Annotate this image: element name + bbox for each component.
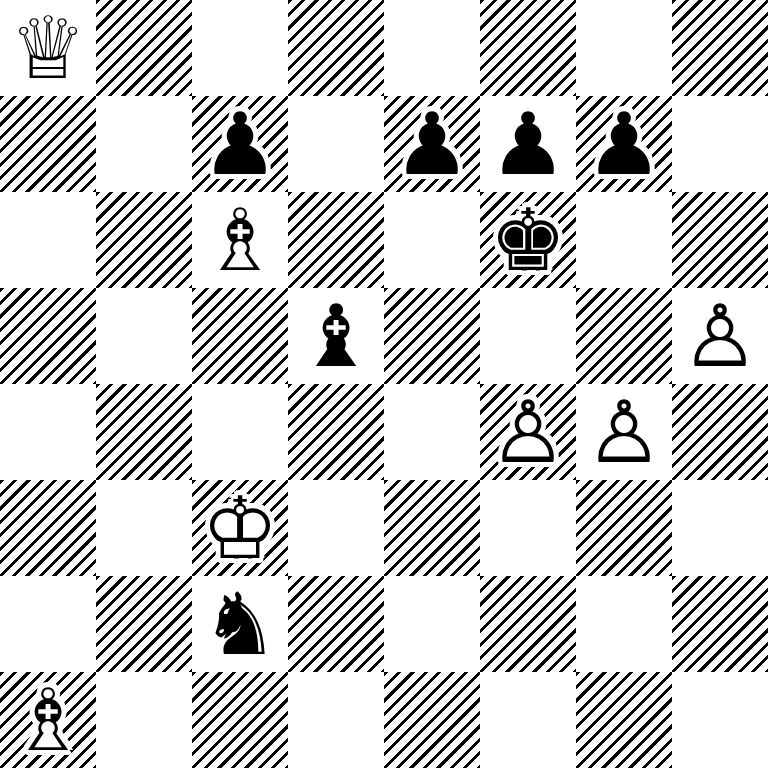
square-e2[interactable] [384, 576, 480, 672]
piece-white-pawn-f4[interactable]: ♟♙ [480, 384, 576, 480]
square-c6[interactable]: ♝♗ [192, 192, 288, 288]
square-d6[interactable] [288, 192, 384, 288]
square-f1[interactable] [480, 672, 576, 768]
white-pawn-icon: ♙ [480, 384, 576, 480]
square-g3[interactable] [576, 480, 672, 576]
piece-black-king-f6[interactable]: ♚♚ [480, 192, 576, 288]
piece-black-pawn-c7[interactable]: ♟♟ [192, 96, 288, 192]
black-knight-icon: ♞ [192, 576, 288, 672]
square-e1[interactable] [384, 672, 480, 768]
square-d4[interactable] [288, 384, 384, 480]
white-bishop-icon: ♗ [0, 672, 96, 768]
piece-white-queen-a8[interactable]: ♛♕ [0, 0, 96, 96]
square-g2[interactable] [576, 576, 672, 672]
square-b6[interactable] [96, 192, 192, 288]
square-a3[interactable] [0, 480, 96, 576]
black-king-icon: ♚ [480, 192, 576, 288]
white-queen-icon: ♕ [0, 0, 96, 96]
square-g5[interactable] [576, 288, 672, 384]
chess-board: ♛♕♟♟♟♟♟♟♟♟♝♗♚♚♝♝♟♙♟♙♟♙♚♔♞♞♝♗ [0, 0, 768, 768]
square-b3[interactable] [96, 480, 192, 576]
square-h4[interactable] [672, 384, 768, 480]
square-g4[interactable]: ♟♙ [576, 384, 672, 480]
square-h3[interactable] [672, 480, 768, 576]
white-pawn-icon: ♙ [672, 288, 768, 384]
square-b8[interactable] [96, 0, 192, 96]
square-h8[interactable] [672, 0, 768, 96]
square-a7[interactable] [0, 96, 96, 192]
square-d8[interactable] [288, 0, 384, 96]
piece-white-bishop-a1[interactable]: ♝♗ [0, 672, 96, 768]
square-e5[interactable] [384, 288, 480, 384]
square-a5[interactable] [0, 288, 96, 384]
square-b7[interactable] [96, 96, 192, 192]
square-g1[interactable] [576, 672, 672, 768]
square-a4[interactable] [0, 384, 96, 480]
square-e4[interactable] [384, 384, 480, 480]
black-bishop-icon: ♝ [288, 288, 384, 384]
black-pawn-icon: ♟ [576, 96, 672, 192]
white-king-icon: ♔ [192, 480, 288, 576]
square-f3[interactable] [480, 480, 576, 576]
square-f6[interactable]: ♚♚ [480, 192, 576, 288]
piece-white-pawn-h5[interactable]: ♟♙ [672, 288, 768, 384]
square-e6[interactable] [384, 192, 480, 288]
white-bishop-icon: ♗ [192, 192, 288, 288]
piece-white-pawn-g4[interactable]: ♟♙ [576, 384, 672, 480]
square-c4[interactable] [192, 384, 288, 480]
square-d3[interactable] [288, 480, 384, 576]
square-f2[interactable] [480, 576, 576, 672]
square-d2[interactable] [288, 576, 384, 672]
square-e8[interactable] [384, 0, 480, 96]
square-f4[interactable]: ♟♙ [480, 384, 576, 480]
square-b1[interactable] [96, 672, 192, 768]
square-a2[interactable] [0, 576, 96, 672]
square-e7[interactable]: ♟♟ [384, 96, 480, 192]
square-c1[interactable] [192, 672, 288, 768]
square-d1[interactable] [288, 672, 384, 768]
square-c8[interactable] [192, 0, 288, 96]
square-h6[interactable] [672, 192, 768, 288]
square-b4[interactable] [96, 384, 192, 480]
piece-black-pawn-e7[interactable]: ♟♟ [384, 96, 480, 192]
square-a6[interactable] [0, 192, 96, 288]
piece-black-pawn-f7[interactable]: ♟♟ [480, 96, 576, 192]
square-c5[interactable] [192, 288, 288, 384]
piece-white-bishop-c6[interactable]: ♝♗ [192, 192, 288, 288]
piece-black-knight-c2[interactable]: ♞♞ [192, 576, 288, 672]
square-c2[interactable]: ♞♞ [192, 576, 288, 672]
square-c3[interactable]: ♚♔ [192, 480, 288, 576]
black-pawn-icon: ♟ [384, 96, 480, 192]
square-f5[interactable] [480, 288, 576, 384]
square-b5[interactable] [96, 288, 192, 384]
square-g6[interactable] [576, 192, 672, 288]
square-a1[interactable]: ♝♗ [0, 672, 96, 768]
square-a8[interactable]: ♛♕ [0, 0, 96, 96]
square-h2[interactable] [672, 576, 768, 672]
square-g8[interactable] [576, 0, 672, 96]
piece-black-pawn-g7[interactable]: ♟♟ [576, 96, 672, 192]
square-d5[interactable]: ♝♝ [288, 288, 384, 384]
square-b2[interactable] [96, 576, 192, 672]
square-d7[interactable] [288, 96, 384, 192]
square-h5[interactable]: ♟♙ [672, 288, 768, 384]
square-f7[interactable]: ♟♟ [480, 96, 576, 192]
square-c7[interactable]: ♟♟ [192, 96, 288, 192]
piece-black-bishop-d5[interactable]: ♝♝ [288, 288, 384, 384]
black-pawn-icon: ♟ [480, 96, 576, 192]
white-pawn-icon: ♙ [576, 384, 672, 480]
black-pawn-icon: ♟ [192, 96, 288, 192]
square-g7[interactable]: ♟♟ [576, 96, 672, 192]
square-f8[interactable] [480, 0, 576, 96]
square-e3[interactable] [384, 480, 480, 576]
square-h1[interactable] [672, 672, 768, 768]
piece-white-king-c3[interactable]: ♚♔ [192, 480, 288, 576]
square-h7[interactable] [672, 96, 768, 192]
